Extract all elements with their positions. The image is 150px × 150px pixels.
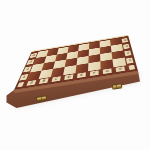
- file-label-b: B: [39, 78, 49, 84]
- rank-label-right-2: 2: [125, 50, 132, 56]
- file-label-g: G: [102, 68, 112, 74]
- corner-tile-right: [128, 65, 134, 70]
- file-label-f: F: [90, 70, 99, 76]
- file-label-d: D: [64, 74, 74, 80]
- file-label-h: H: [115, 66, 125, 72]
- rank-label-right-4: 4: [122, 38, 129, 43]
- rank-label-right-3: 3: [123, 44, 130, 49]
- file-label-c: C: [51, 76, 61, 82]
- file-label-e: E: [77, 72, 87, 78]
- product-photo-scene: 4321 4321 ABCDEFGH: [0, 0, 150, 150]
- brass-clasp-right: [112, 83, 123, 89]
- file-label-a: A: [26, 80, 36, 86]
- rank-label-right-1: 1: [126, 57, 134, 64]
